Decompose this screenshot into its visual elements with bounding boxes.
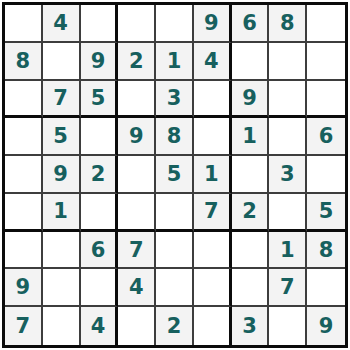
sudoku-page: 496889214753959816925131725671894774239 bbox=[0, 0, 350, 350]
cell-r8c3[interactable] bbox=[81, 269, 119, 307]
cell-r9c5: 2 bbox=[156, 307, 194, 345]
cell-r2c4: 2 bbox=[118, 43, 156, 81]
cell-r1c3[interactable] bbox=[81, 5, 119, 43]
cell-r9c2[interactable] bbox=[43, 307, 81, 345]
cell-r8c8: 7 bbox=[269, 269, 307, 307]
cell-r7c2[interactable] bbox=[43, 232, 81, 270]
cell-r4c9: 6 bbox=[307, 118, 345, 156]
cell-r4c3[interactable] bbox=[81, 118, 119, 156]
cell-r1c6: 9 bbox=[194, 5, 232, 43]
cell-r4c5: 8 bbox=[156, 118, 194, 156]
cell-r5c8: 3 bbox=[269, 156, 307, 194]
cell-r5c1[interactable] bbox=[5, 156, 43, 194]
cell-r1c7: 6 bbox=[232, 5, 270, 43]
cell-r6c8[interactable] bbox=[269, 194, 307, 232]
cell-r1c9[interactable] bbox=[307, 5, 345, 43]
cell-r2c5: 1 bbox=[156, 43, 194, 81]
cell-r9c8[interactable] bbox=[269, 307, 307, 345]
sudoku-board: 496889214753959816925131725671894774239 bbox=[2, 2, 348, 348]
cell-r8c9[interactable] bbox=[307, 269, 345, 307]
cell-r2c8[interactable] bbox=[269, 43, 307, 81]
cell-r7c1[interactable] bbox=[5, 232, 43, 270]
cell-r9c1: 7 bbox=[5, 307, 43, 345]
cell-r5c4[interactable] bbox=[118, 156, 156, 194]
cell-r5c7[interactable] bbox=[232, 156, 270, 194]
cell-r3c5: 3 bbox=[156, 81, 194, 119]
cell-r6c6: 7 bbox=[194, 194, 232, 232]
cell-r3c2: 7 bbox=[43, 81, 81, 119]
cell-r3c8[interactable] bbox=[269, 81, 307, 119]
cell-r6c5[interactable] bbox=[156, 194, 194, 232]
cell-r2c9[interactable] bbox=[307, 43, 345, 81]
cell-r3c3: 5 bbox=[81, 81, 119, 119]
cell-r2c7[interactable] bbox=[232, 43, 270, 81]
cell-r9c7: 3 bbox=[232, 307, 270, 345]
cell-r2c6: 4 bbox=[194, 43, 232, 81]
cell-r8c1: 9 bbox=[5, 269, 43, 307]
cell-r6c1[interactable] bbox=[5, 194, 43, 232]
cell-r5c2: 9 bbox=[43, 156, 81, 194]
cell-r6c9: 5 bbox=[307, 194, 345, 232]
cell-r7c8: 1 bbox=[269, 232, 307, 270]
cell-r6c7: 2 bbox=[232, 194, 270, 232]
cell-r1c4[interactable] bbox=[118, 5, 156, 43]
cell-r4c2: 5 bbox=[43, 118, 81, 156]
cell-r5c9[interactable] bbox=[307, 156, 345, 194]
cell-r5c5: 5 bbox=[156, 156, 194, 194]
cell-r2c1: 8 bbox=[5, 43, 43, 81]
cell-r4c8[interactable] bbox=[269, 118, 307, 156]
cell-r4c1[interactable] bbox=[5, 118, 43, 156]
cell-r4c6[interactable] bbox=[194, 118, 232, 156]
cell-r6c4[interactable] bbox=[118, 194, 156, 232]
cell-r9c3: 4 bbox=[81, 307, 119, 345]
cell-r1c2: 4 bbox=[43, 5, 81, 43]
cell-r8c7[interactable] bbox=[232, 269, 270, 307]
cell-r2c2[interactable] bbox=[43, 43, 81, 81]
cell-r3c1[interactable] bbox=[5, 81, 43, 119]
cell-r6c2: 1 bbox=[43, 194, 81, 232]
cell-r7c7[interactable] bbox=[232, 232, 270, 270]
cell-r3c9[interactable] bbox=[307, 81, 345, 119]
cell-r3c7: 9 bbox=[232, 81, 270, 119]
cell-r4c4: 9 bbox=[118, 118, 156, 156]
cell-r7c5[interactable] bbox=[156, 232, 194, 270]
cell-r2c3: 9 bbox=[81, 43, 119, 81]
cell-r8c5[interactable] bbox=[156, 269, 194, 307]
cell-r3c4[interactable] bbox=[118, 81, 156, 119]
cell-r7c9: 8 bbox=[307, 232, 345, 270]
cell-r5c6: 1 bbox=[194, 156, 232, 194]
cell-r8c4: 4 bbox=[118, 269, 156, 307]
cell-r8c2[interactable] bbox=[43, 269, 81, 307]
cell-r3c6[interactable] bbox=[194, 81, 232, 119]
cell-r1c8: 8 bbox=[269, 5, 307, 43]
cell-r6c3[interactable] bbox=[81, 194, 119, 232]
cell-r8c6[interactable] bbox=[194, 269, 232, 307]
cell-r9c6[interactable] bbox=[194, 307, 232, 345]
cell-r7c4: 7 bbox=[118, 232, 156, 270]
cell-r7c3: 6 bbox=[81, 232, 119, 270]
cell-r9c9: 9 bbox=[307, 307, 345, 345]
cell-r7c6[interactable] bbox=[194, 232, 232, 270]
cell-r4c7: 1 bbox=[232, 118, 270, 156]
cell-r1c5[interactable] bbox=[156, 5, 194, 43]
cell-r5c3: 2 bbox=[81, 156, 119, 194]
cell-r1c1[interactable] bbox=[5, 5, 43, 43]
cell-r9c4[interactable] bbox=[118, 307, 156, 345]
